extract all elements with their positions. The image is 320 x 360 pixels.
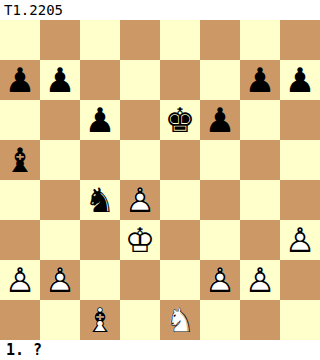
piece-black-bishop-a5[interactable]: ♝ xyxy=(0,140,40,180)
square-e2[interactable] xyxy=(160,260,200,300)
square-f1[interactable] xyxy=(200,300,240,340)
square-b4[interactable] xyxy=(40,180,80,220)
square-e4[interactable] xyxy=(160,180,200,220)
square-g4[interactable] xyxy=(240,180,280,220)
square-f2[interactable]: ♟♙ xyxy=(200,260,240,300)
piece-black-knight-c4[interactable]: ♞ xyxy=(80,180,120,220)
square-a2[interactable]: ♟♙ xyxy=(0,260,40,300)
square-d8[interactable] xyxy=(120,20,160,60)
square-c4[interactable]: ♞ xyxy=(80,180,120,220)
square-h2[interactable] xyxy=(280,260,320,300)
square-f4[interactable] xyxy=(200,180,240,220)
square-d5[interactable] xyxy=(120,140,160,180)
chess-board: ♟♟♟♟♟♚♟♝♞♟♙♚♔♟♙♟♙♟♙♟♙♟♙♝♗♞♘ xyxy=(0,20,320,340)
square-a5[interactable]: ♝ xyxy=(0,140,40,180)
square-d1[interactable] xyxy=(120,300,160,340)
square-b7[interactable]: ♟ xyxy=(40,60,80,100)
piece-glyph-outline: ♘ xyxy=(160,300,200,340)
piece-glyph-outline: ♙ xyxy=(40,260,80,300)
square-a8[interactable] xyxy=(0,20,40,60)
piece-black-pawn-a7[interactable]: ♟ xyxy=(0,60,40,100)
piece-glyph-outline: ♙ xyxy=(280,220,320,260)
square-b8[interactable] xyxy=(40,20,80,60)
square-b2[interactable]: ♟♙ xyxy=(40,260,80,300)
square-a4[interactable] xyxy=(0,180,40,220)
piece-glyph-fill: ♟ xyxy=(200,100,240,140)
square-f5[interactable] xyxy=(200,140,240,180)
square-c7[interactable] xyxy=(80,60,120,100)
piece-glyph-fill: ♟ xyxy=(0,60,40,100)
square-b3[interactable] xyxy=(40,220,80,260)
square-b1[interactable] xyxy=(40,300,80,340)
square-d7[interactable] xyxy=(120,60,160,100)
square-a7[interactable]: ♟ xyxy=(0,60,40,100)
piece-black-pawn-c6[interactable]: ♟ xyxy=(80,100,120,140)
square-e6[interactable]: ♚ xyxy=(160,100,200,140)
square-c2[interactable] xyxy=(80,260,120,300)
square-c8[interactable] xyxy=(80,20,120,60)
square-g8[interactable] xyxy=(240,20,280,60)
piece-white-pawn-f2[interactable]: ♟♙ xyxy=(200,260,240,300)
square-c5[interactable] xyxy=(80,140,120,180)
piece-black-king-e6[interactable]: ♚ xyxy=(160,100,200,140)
square-h5[interactable] xyxy=(280,140,320,180)
piece-glyph-fill: ♟ xyxy=(40,60,80,100)
square-b6[interactable] xyxy=(40,100,80,140)
square-a6[interactable] xyxy=(0,100,40,140)
square-d6[interactable] xyxy=(120,100,160,140)
square-h4[interactable] xyxy=(280,180,320,220)
square-g7[interactable]: ♟ xyxy=(240,60,280,100)
piece-glyph-outline: ♙ xyxy=(120,180,160,220)
piece-white-pawn-a2[interactable]: ♟♙ xyxy=(0,260,40,300)
square-f3[interactable] xyxy=(200,220,240,260)
piece-glyph-fill: ♚ xyxy=(160,100,200,140)
piece-glyph-outline: ♙ xyxy=(200,260,240,300)
square-g6[interactable] xyxy=(240,100,280,140)
piece-white-king-d3[interactable]: ♚♔ xyxy=(120,220,160,260)
square-g1[interactable] xyxy=(240,300,280,340)
square-h8[interactable] xyxy=(280,20,320,60)
square-b5[interactable] xyxy=(40,140,80,180)
square-g3[interactable] xyxy=(240,220,280,260)
square-h7[interactable]: ♟ xyxy=(280,60,320,100)
piece-glyph-fill: ♝ xyxy=(0,140,40,180)
piece-white-pawn-b2[interactable]: ♟♙ xyxy=(40,260,80,300)
square-d3[interactable]: ♚♔ xyxy=(120,220,160,260)
square-f7[interactable] xyxy=(200,60,240,100)
square-h6[interactable] xyxy=(280,100,320,140)
square-e3[interactable] xyxy=(160,220,200,260)
piece-white-pawn-d4[interactable]: ♟♙ xyxy=(120,180,160,220)
square-a1[interactable] xyxy=(0,300,40,340)
square-g5[interactable] xyxy=(240,140,280,180)
square-h1[interactable] xyxy=(280,300,320,340)
piece-black-pawn-f6[interactable]: ♟ xyxy=(200,100,240,140)
square-e5[interactable] xyxy=(160,140,200,180)
square-h3[interactable]: ♟♙ xyxy=(280,220,320,260)
square-f6[interactable]: ♟ xyxy=(200,100,240,140)
piece-glyph-fill: ♞ xyxy=(80,180,120,220)
diagram-title: T1.2205 xyxy=(0,0,320,20)
square-g2[interactable]: ♟♙ xyxy=(240,260,280,300)
piece-glyph-outline: ♙ xyxy=(240,260,280,300)
piece-white-knight-e1[interactable]: ♞♘ xyxy=(160,300,200,340)
piece-glyph-fill: ♟ xyxy=(240,60,280,100)
piece-glyph-outline: ♔ xyxy=(120,220,160,260)
piece-white-bishop-c1[interactable]: ♝♗ xyxy=(80,300,120,340)
piece-black-pawn-b7[interactable]: ♟ xyxy=(40,60,80,100)
piece-white-pawn-g2[interactable]: ♟♙ xyxy=(240,260,280,300)
piece-glyph-outline: ♗ xyxy=(80,300,120,340)
square-e8[interactable] xyxy=(160,20,200,60)
square-c1[interactable]: ♝♗ xyxy=(80,300,120,340)
square-a3[interactable] xyxy=(0,220,40,260)
square-d4[interactable]: ♟♙ xyxy=(120,180,160,220)
square-f8[interactable] xyxy=(200,20,240,60)
square-c3[interactable] xyxy=(80,220,120,260)
piece-glyph-fill: ♟ xyxy=(280,60,320,100)
square-e1[interactable]: ♞♘ xyxy=(160,300,200,340)
piece-black-pawn-g7[interactable]: ♟ xyxy=(240,60,280,100)
square-d2[interactable] xyxy=(120,260,160,300)
piece-white-pawn-h3[interactable]: ♟♙ xyxy=(280,220,320,260)
move-prompt: 1. ? xyxy=(0,340,320,360)
square-c6[interactable]: ♟ xyxy=(80,100,120,140)
piece-black-pawn-h7[interactable]: ♟ xyxy=(280,60,320,100)
piece-glyph-fill: ♟ xyxy=(80,100,120,140)
piece-glyph-outline: ♙ xyxy=(0,260,40,300)
square-e7[interactable] xyxy=(160,60,200,100)
